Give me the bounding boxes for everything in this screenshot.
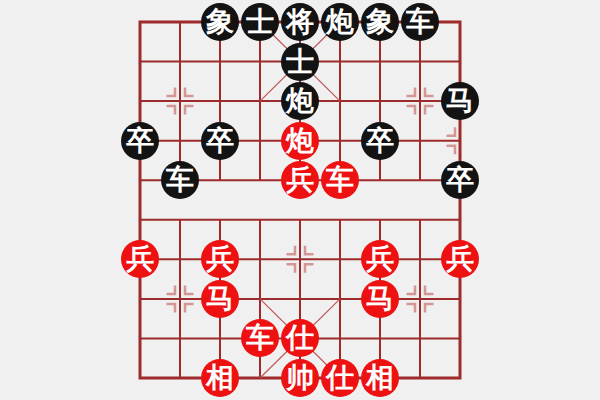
intersection-f4-r6[interactable] — [280, 239, 320, 279]
intersection-f8-r7[interactable] — [440, 279, 480, 319]
intersection-f1-r9[interactable] — [160, 358, 200, 398]
intersection-f2-r3[interactable]: 卒 — [200, 121, 240, 161]
intersection-f3-r6[interactable] — [240, 239, 280, 279]
intersection-f7-r9[interactable] — [400, 358, 440, 398]
intersection-f2-r5[interactable] — [200, 200, 240, 240]
piece-red-cannon[interactable]: 炮 — [281, 122, 319, 160]
intersection-f2-r6[interactable]: 兵 — [200, 239, 240, 279]
piece-red-elephant[interactable]: 相 — [361, 359, 399, 397]
piece-red-pawn[interactable]: 兵 — [121, 240, 159, 278]
intersection-f5-r0[interactable]: 炮 — [320, 2, 360, 42]
piece-black-chariot[interactable]: 车 — [161, 161, 199, 199]
piece-black-pawn[interactable]: 卒 — [441, 161, 479, 199]
intersection-f3-r1[interactable] — [240, 42, 280, 82]
board-intersections: 象士将炮象车士炮马卒卒炮卒车兵车卒兵兵兵兵马马车仕相帅仕相 — [120, 2, 480, 397]
intersection-f7-r3[interactable] — [400, 121, 440, 161]
piece-red-pawn[interactable]: 兵 — [361, 240, 399, 278]
xiangqi-board: 象士将炮象车士炮马卒卒炮卒车兵车卒兵兵兵兵马马车仕相帅仕相 — [0, 0, 600, 400]
piece-red-horse[interactable]: 马 — [361, 280, 399, 318]
piece-black-pawn[interactable]: 卒 — [201, 122, 239, 160]
piece-black-advisor[interactable]: 士 — [241, 3, 279, 41]
intersection-f6-r0[interactable]: 象 — [360, 2, 400, 42]
intersection-f4-r0[interactable]: 将 — [280, 2, 320, 42]
intersection-f1-r8[interactable] — [160, 319, 200, 359]
intersection-f2-r0[interactable]: 象 — [200, 2, 240, 42]
piece-black-pawn[interactable]: 卒 — [361, 122, 399, 160]
intersection-f2-r8[interactable] — [200, 319, 240, 359]
intersection-f3-r2[interactable] — [240, 81, 280, 121]
piece-black-cannon[interactable]: 炮 — [321, 3, 359, 41]
piece-red-elephant[interactable]: 相 — [201, 359, 239, 397]
intersection-f4-r4[interactable]: 兵 — [280, 160, 320, 200]
intersection-f8-r2[interactable]: 马 — [440, 81, 480, 121]
intersection-f2-r1[interactable] — [200, 42, 240, 82]
intersection-f8-r6[interactable]: 兵 — [440, 239, 480, 279]
intersection-f5-r2[interactable] — [320, 81, 360, 121]
intersection-f3-r9[interactable] — [240, 358, 280, 398]
intersection-f1-r4[interactable]: 车 — [160, 160, 200, 200]
intersection-f4-r7[interactable] — [280, 279, 320, 319]
piece-red-pawn[interactable]: 兵 — [281, 161, 319, 199]
intersection-f6-r4[interactable] — [360, 160, 400, 200]
piece-black-general[interactable]: 将 — [281, 3, 319, 41]
intersection-f4-r8[interactable]: 仕 — [280, 319, 320, 359]
piece-red-pawn[interactable]: 兵 — [441, 240, 479, 278]
intersection-f8-r8[interactable] — [440, 319, 480, 359]
intersection-f3-r3[interactable] — [240, 121, 280, 161]
intersection-f1-r7[interactable] — [160, 279, 200, 319]
piece-black-elephant[interactable]: 象 — [361, 3, 399, 41]
intersection-f1-r3[interactable] — [160, 121, 200, 161]
intersection-f3-r5[interactable] — [240, 200, 280, 240]
intersection-f4-r3[interactable]: 炮 — [280, 121, 320, 161]
intersection-f2-r2[interactable] — [200, 81, 240, 121]
intersection-f1-r6[interactable] — [160, 239, 200, 279]
intersection-f3-r7[interactable] — [240, 279, 280, 319]
intersection-f6-r5[interactable] — [360, 200, 400, 240]
intersection-f6-r1[interactable] — [360, 42, 400, 82]
piece-black-advisor[interactable]: 士 — [281, 43, 319, 81]
piece-black-elephant[interactable]: 象 — [201, 3, 239, 41]
intersection-f5-r8[interactable] — [320, 319, 360, 359]
intersection-f0-r5[interactable] — [120, 200, 160, 240]
intersection-f7-r8[interactable] — [400, 319, 440, 359]
intersection-f1-r5[interactable] — [160, 200, 200, 240]
intersection-f8-r5[interactable] — [440, 200, 480, 240]
intersection-f7-r0[interactable]: 车 — [400, 2, 440, 42]
intersection-f1-r1[interactable] — [160, 42, 200, 82]
intersection-f5-r3[interactable] — [320, 121, 360, 161]
piece-red-general[interactable]: 帅 — [281, 359, 319, 397]
intersection-f0-r1[interactable] — [120, 42, 160, 82]
intersection-f8-r3[interactable] — [440, 121, 480, 161]
intersection-f8-r0[interactable] — [440, 2, 480, 42]
intersection-f5-r1[interactable] — [320, 42, 360, 82]
intersection-f4-r9[interactable]: 帅 — [280, 358, 320, 398]
intersection-f0-r4[interactable] — [120, 160, 160, 200]
intersection-f6-r8[interactable] — [360, 319, 400, 359]
piece-black-horse[interactable]: 马 — [441, 82, 479, 120]
piece-red-advisor[interactable]: 仕 — [321, 359, 359, 397]
intersection-f4-r5[interactable] — [280, 200, 320, 240]
intersection-f0-r3[interactable]: 卒 — [120, 121, 160, 161]
intersection-f7-r7[interactable] — [400, 279, 440, 319]
intersection-f5-r5[interactable] — [320, 200, 360, 240]
intersection-f8-r4[interactable]: 卒 — [440, 160, 480, 200]
intersection-f7-r1[interactable] — [400, 42, 440, 82]
intersection-f2-r7[interactable]: 马 — [200, 279, 240, 319]
intersection-f5-r9[interactable]: 仕 — [320, 358, 360, 398]
intersection-f4-r2[interactable]: 炮 — [280, 81, 320, 121]
intersection-f0-r0[interactable] — [120, 2, 160, 42]
intersection-f7-r6[interactable] — [400, 239, 440, 279]
intersection-f8-r1[interactable] — [440, 42, 480, 82]
intersection-f0-r9[interactable] — [120, 358, 160, 398]
piece-black-chariot[interactable]: 车 — [401, 3, 439, 41]
intersection-f1-r0[interactable] — [160, 2, 200, 42]
intersection-f7-r4[interactable] — [400, 160, 440, 200]
intersection-f3-r4[interactable] — [240, 160, 280, 200]
piece-black-pawn[interactable]: 卒 — [121, 122, 159, 160]
piece-red-advisor[interactable]: 仕 — [281, 319, 319, 357]
intersection-f6-r3[interactable]: 卒 — [360, 121, 400, 161]
intersection-f1-r2[interactable] — [160, 81, 200, 121]
intersection-f7-r5[interactable] — [400, 200, 440, 240]
intersection-f6-r7[interactable]: 马 — [360, 279, 400, 319]
intersection-f0-r7[interactable] — [120, 279, 160, 319]
intersection-f6-r9[interactable]: 相 — [360, 358, 400, 398]
intersection-f8-r9[interactable] — [440, 358, 480, 398]
intersection-f0-r2[interactable] — [120, 81, 160, 121]
intersection-f2-r4[interactable] — [200, 160, 240, 200]
piece-black-cannon[interactable]: 炮 — [281, 82, 319, 120]
intersection-f4-r1[interactable]: 士 — [280, 42, 320, 82]
piece-red-chariot[interactable]: 车 — [321, 161, 359, 199]
intersection-f5-r6[interactable] — [320, 239, 360, 279]
intersection-f0-r8[interactable] — [120, 319, 160, 359]
intersection-f2-r9[interactable]: 相 — [200, 358, 240, 398]
intersection-f6-r2[interactable] — [360, 81, 400, 121]
intersection-f3-r8[interactable]: 车 — [240, 319, 280, 359]
intersection-f5-r7[interactable] — [320, 279, 360, 319]
intersection-f0-r6[interactable]: 兵 — [120, 239, 160, 279]
piece-red-horse[interactable]: 马 — [201, 280, 239, 318]
piece-red-chariot[interactable]: 车 — [241, 319, 279, 357]
piece-red-pawn[interactable]: 兵 — [201, 240, 239, 278]
intersection-f7-r2[interactable] — [400, 81, 440, 121]
intersection-f6-r6[interactable]: 兵 — [360, 239, 400, 279]
intersection-f3-r0[interactable]: 士 — [240, 2, 280, 42]
intersection-f5-r4[interactable]: 车 — [320, 160, 360, 200]
